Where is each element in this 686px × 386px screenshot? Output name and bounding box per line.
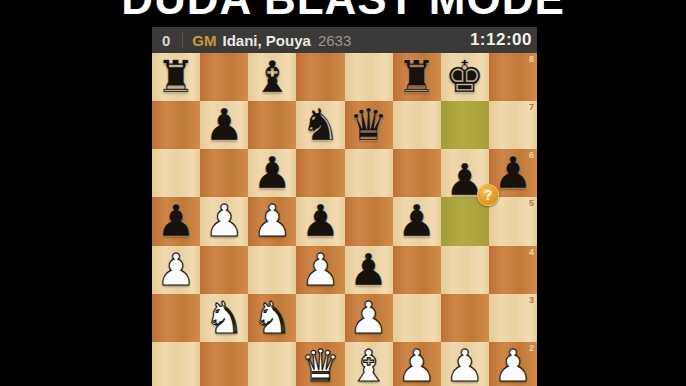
player-clock: 1:12:00: [470, 30, 532, 50]
rank-coordinate-6: 6: [529, 150, 534, 160]
white-pawn[interactable]: ♟: [393, 342, 441, 386]
square-f3[interactable]: [393, 294, 441, 342]
white-pawn[interactable]: ♟: [200, 197, 248, 245]
square-g4[interactable]: [441, 246, 489, 294]
square-e3[interactable]: ♟: [345, 294, 393, 342]
black-pawn[interactable]: ♟: [393, 197, 441, 245]
square-b6[interactable]: [200, 149, 248, 197]
white-pawn[interactable]: ♟: [441, 342, 489, 386]
rank-coordinate-3: 3: [529, 295, 534, 305]
player-bar: 0 GM Idani, Pouya 2633 1:12:00: [152, 27, 537, 53]
square-d4[interactable]: ♟: [296, 246, 344, 294]
black-pawn[interactable]: ♟: [248, 149, 296, 197]
square-a6[interactable]: [152, 149, 200, 197]
square-d8[interactable]: [296, 53, 344, 101]
square-f6[interactable]: [393, 149, 441, 197]
square-h3[interactable]: 3: [489, 294, 537, 342]
square-g3[interactable]: [441, 294, 489, 342]
black-rook[interactable]: ♜: [152, 53, 200, 101]
square-e2[interactable]: ♝: [345, 342, 393, 386]
square-h2[interactable]: ♟2: [489, 342, 537, 386]
video-frame: DUDA BLAST MODE 0 GM Idani, Pouya 2633 1…: [0, 0, 686, 386]
rank-coordinate-2: 2: [529, 343, 534, 353]
square-a8[interactable]: ♜: [152, 53, 200, 101]
square-c7[interactable]: [248, 101, 296, 149]
square-e7[interactable]: ♛: [345, 101, 393, 149]
square-h5[interactable]: 5: [489, 197, 537, 245]
black-queen[interactable]: ♛: [345, 101, 393, 149]
square-g2[interactable]: ♟: [441, 342, 489, 386]
chess-board[interactable]: ? ♜♝♜♚8♟♞♛7♟♟6♟♟♟♟♟♟5♟♟♟4♞♞♟3♛♝♟♟♟21: [152, 53, 537, 386]
black-king[interactable]: ♚: [441, 53, 489, 101]
white-pawn[interactable]: ♟: [345, 294, 393, 342]
white-queen[interactable]: ♛: [296, 342, 344, 386]
square-a2[interactable]: [152, 342, 200, 386]
square-c6[interactable]: ♟: [248, 149, 296, 197]
square-d7[interactable]: ♞: [296, 101, 344, 149]
square-c8[interactable]: ♝: [248, 53, 296, 101]
square-a4[interactable]: ♟: [152, 246, 200, 294]
header-divider: [182, 33, 183, 47]
player-rating: 2633: [318, 32, 351, 49]
square-g8[interactable]: ♚: [441, 53, 489, 101]
player-title-badge: GM: [192, 32, 216, 49]
square-h4[interactable]: 4: [489, 246, 537, 294]
square-b5[interactable]: ♟: [200, 197, 248, 245]
white-pawn[interactable]: ♟: [152, 246, 200, 294]
white-knight[interactable]: ♞: [248, 294, 296, 342]
white-pawn[interactable]: ♟: [248, 197, 296, 245]
square-a3[interactable]: [152, 294, 200, 342]
square-e4[interactable]: ♟: [345, 246, 393, 294]
square-b2[interactable]: [200, 342, 248, 386]
video-title: DUDA BLAST MODE: [0, 0, 686, 21]
square-g7[interactable]: [441, 101, 489, 149]
square-b8[interactable]: [200, 53, 248, 101]
square-c2[interactable]: [248, 342, 296, 386]
square-f5[interactable]: ♟: [393, 197, 441, 245]
square-e8[interactable]: [345, 53, 393, 101]
square-f4[interactable]: [393, 246, 441, 294]
black-pawn[interactable]: ♟: [296, 197, 344, 245]
black-knight[interactable]: ♞: [296, 101, 344, 149]
white-pawn[interactable]: ♟: [296, 246, 344, 294]
player-name: Idani, Pouya: [223, 32, 311, 49]
square-c5[interactable]: ♟: [248, 197, 296, 245]
black-pawn[interactable]: ♟: [200, 101, 248, 149]
square-e5[interactable]: [345, 197, 393, 245]
square-f8[interactable]: ♜: [393, 53, 441, 101]
black-bishop[interactable]: ♝: [248, 53, 296, 101]
rank-coordinate-4: 4: [529, 247, 534, 257]
mistake-badge: ?: [477, 184, 499, 206]
rank-coordinate-7: 7: [529, 102, 534, 112]
square-d2[interactable]: ♛: [296, 342, 344, 386]
square-d6[interactable]: [296, 149, 344, 197]
square-h7[interactable]: 7: [489, 101, 537, 149]
square-e6[interactable]: [345, 149, 393, 197]
square-h8[interactable]: 8: [489, 53, 537, 101]
square-d3[interactable]: [296, 294, 344, 342]
square-f2[interactable]: ♟: [393, 342, 441, 386]
square-b3[interactable]: ♞: [200, 294, 248, 342]
square-a5[interactable]: ♟: [152, 197, 200, 245]
white-knight[interactable]: ♞: [200, 294, 248, 342]
rank-coordinate-5: 5: [529, 198, 534, 208]
square-f7[interactable]: [393, 101, 441, 149]
square-a7[interactable]: [152, 101, 200, 149]
black-rook[interactable]: ♜: [393, 53, 441, 101]
white-bishop[interactable]: ♝: [345, 342, 393, 386]
rank-coordinate-8: 8: [529, 54, 534, 64]
square-d5[interactable]: ♟: [296, 197, 344, 245]
square-b7[interactable]: ♟: [200, 101, 248, 149]
square-c4[interactable]: [248, 246, 296, 294]
black-pawn[interactable]: ♟: [152, 197, 200, 245]
score-counter: 0: [159, 32, 173, 49]
square-b4[interactable]: [200, 246, 248, 294]
square-c3[interactable]: ♞: [248, 294, 296, 342]
black-pawn[interactable]: ♟: [345, 246, 393, 294]
